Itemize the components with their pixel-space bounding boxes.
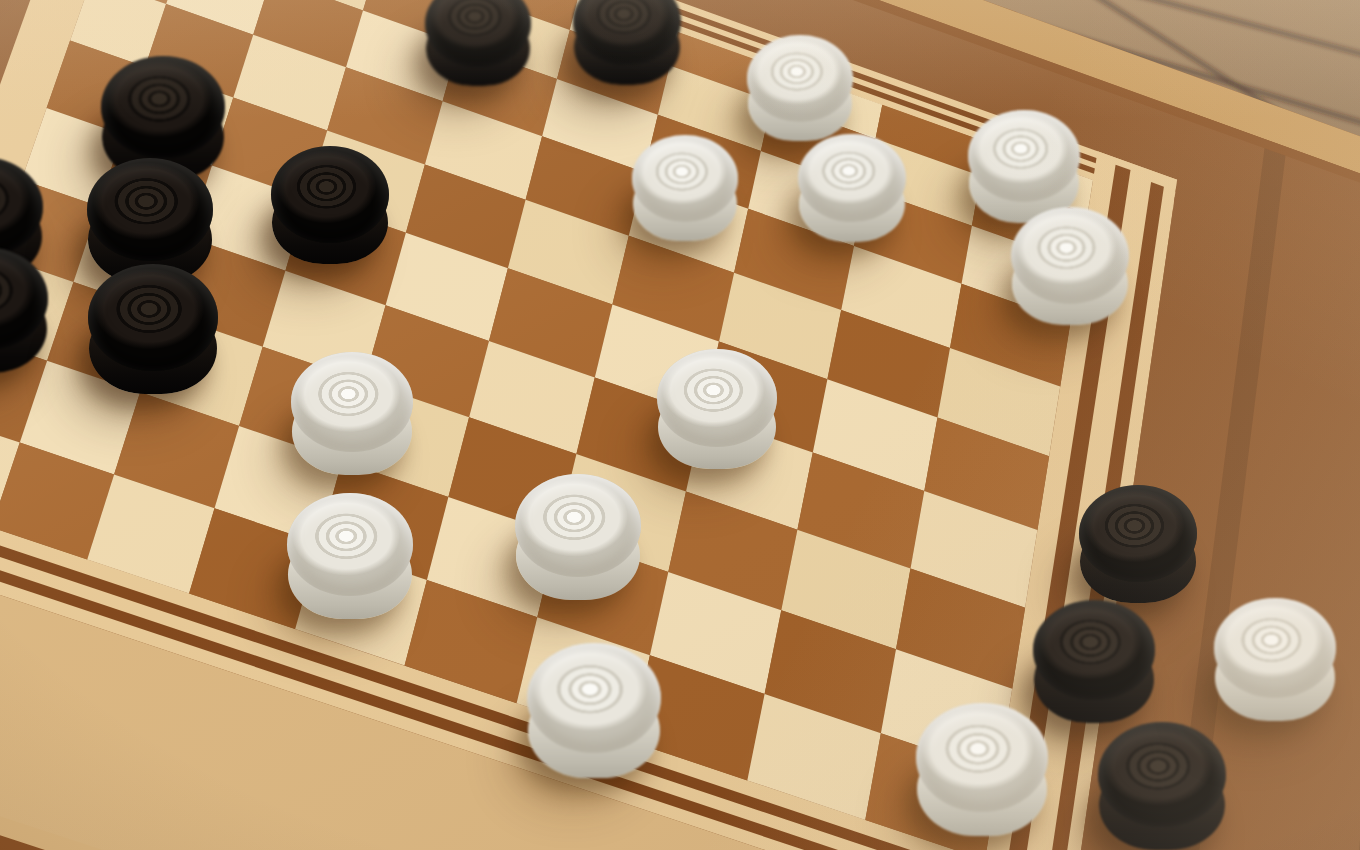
checker-top-face bbox=[657, 349, 777, 447]
white-checker[interactable] bbox=[291, 352, 413, 491]
white-checker[interactable] bbox=[632, 135, 738, 256]
black-checker[interactable] bbox=[0, 247, 48, 391]
checker-top-face bbox=[1214, 598, 1336, 698]
black-checker[interactable] bbox=[1033, 600, 1155, 739]
white-checker[interactable] bbox=[1011, 207, 1129, 342]
black-checker[interactable] bbox=[573, 0, 681, 100]
checker-top-face bbox=[87, 158, 213, 261]
black-checker[interactable] bbox=[425, 0, 531, 100]
checker-top-face bbox=[1033, 600, 1155, 700]
checker-top-face bbox=[88, 264, 218, 371]
checker-top-face bbox=[287, 493, 413, 596]
black-checker[interactable] bbox=[1098, 722, 1226, 850]
white-checker[interactable] bbox=[515, 474, 641, 618]
checker-top-face bbox=[916, 703, 1048, 811]
checker-top-face bbox=[271, 146, 389, 243]
white-checker[interactable] bbox=[916, 703, 1048, 850]
black-checker[interactable] bbox=[1079, 485, 1197, 620]
white-checker[interactable] bbox=[1214, 598, 1336, 737]
black-checker[interactable] bbox=[88, 264, 218, 412]
checker-top-face bbox=[515, 474, 641, 577]
checker-top-face bbox=[747, 35, 853, 122]
checker-top-face bbox=[798, 134, 906, 223]
checker-top-face bbox=[968, 110, 1080, 202]
photo-of-checkers-board bbox=[0, 0, 1360, 850]
checker-top-face bbox=[1011, 207, 1129, 304]
white-checker[interactable] bbox=[527, 643, 661, 796]
checker-top-face bbox=[101, 56, 225, 158]
checker-top-face bbox=[291, 352, 413, 452]
white-checker[interactable] bbox=[798, 134, 906, 257]
white-checker[interactable] bbox=[657, 349, 777, 486]
checker-top-face bbox=[1098, 722, 1226, 827]
white-checker[interactable] bbox=[287, 493, 413, 637]
checker-top-face bbox=[632, 135, 738, 222]
checker-top-face bbox=[1079, 485, 1197, 582]
black-checker[interactable] bbox=[271, 146, 389, 281]
checker-top-face bbox=[527, 643, 661, 753]
